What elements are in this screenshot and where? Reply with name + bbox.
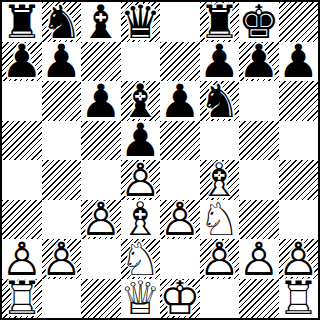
piece-white-rook[interactable]: ♜♖ bbox=[2, 279, 42, 319]
white-piece-outline: ♖ bbox=[279, 279, 319, 319]
square-c6[interactable]: ♟ bbox=[81, 81, 121, 121]
white-piece-outline: ♙ bbox=[42, 239, 82, 279]
square-c3[interactable]: ♟♙ bbox=[81, 200, 121, 240]
piece-white-pawn[interactable]: ♟♙ bbox=[160, 200, 200, 240]
piece-black-bishop[interactable]: ♝ bbox=[81, 2, 121, 42]
square-g5[interactable] bbox=[239, 121, 279, 161]
black-piece-glyph: ♟ bbox=[81, 81, 121, 121]
square-h4[interactable] bbox=[279, 160, 319, 200]
white-piece-outline: ♕ bbox=[121, 279, 161, 319]
square-d8[interactable]: ♛ bbox=[121, 2, 161, 42]
black-piece-glyph: ♟ bbox=[279, 42, 319, 82]
square-b2[interactable]: ♟♙ bbox=[42, 239, 82, 279]
square-h5[interactable] bbox=[279, 121, 319, 161]
black-piece-glyph: ♟ bbox=[2, 42, 42, 82]
piece-white-king[interactable]: ♚♔ bbox=[160, 279, 200, 319]
square-e8[interactable] bbox=[160, 2, 200, 42]
square-b1[interactable] bbox=[42, 279, 82, 319]
square-f1[interactable] bbox=[200, 279, 240, 319]
white-piece-outline: ♙ bbox=[160, 200, 200, 240]
square-h7[interactable]: ♟ bbox=[279, 42, 319, 82]
square-g2[interactable]: ♟♙ bbox=[239, 239, 279, 279]
black-piece-glyph: ♟ bbox=[160, 81, 200, 121]
square-b6[interactable] bbox=[42, 81, 82, 121]
white-piece-outline: ♙ bbox=[200, 239, 240, 279]
square-f6[interactable]: ♞ bbox=[200, 81, 240, 121]
square-h1[interactable]: ♜♖ bbox=[279, 279, 319, 319]
piece-white-pawn[interactable]: ♟♙ bbox=[81, 200, 121, 240]
square-g1[interactable] bbox=[239, 279, 279, 319]
piece-white-queen[interactable]: ♛♕ bbox=[121, 279, 161, 319]
piece-black-pawn[interactable]: ♟ bbox=[81, 81, 121, 121]
piece-black-pawn[interactable]: ♟ bbox=[279, 42, 319, 82]
square-c5[interactable] bbox=[81, 121, 121, 161]
square-f2[interactable]: ♟♙ bbox=[200, 239, 240, 279]
square-b7[interactable]: ♟ bbox=[42, 42, 82, 82]
square-g6[interactable] bbox=[239, 81, 279, 121]
piece-black-knight[interactable]: ♞ bbox=[200, 81, 240, 121]
square-d1[interactable]: ♛♕ bbox=[121, 279, 161, 319]
square-c8[interactable]: ♝ bbox=[81, 2, 121, 42]
black-piece-glyph: ♛ bbox=[121, 2, 161, 42]
square-c2[interactable] bbox=[81, 239, 121, 279]
piece-white-pawn[interactable]: ♟♙ bbox=[200, 239, 240, 279]
square-g7[interactable]: ♟ bbox=[239, 42, 279, 82]
piece-white-pawn[interactable]: ♟♙ bbox=[239, 239, 279, 279]
square-a6[interactable] bbox=[2, 81, 42, 121]
piece-black-queen[interactable]: ♛ bbox=[121, 2, 161, 42]
piece-black-pawn[interactable]: ♟ bbox=[160, 81, 200, 121]
square-e5[interactable] bbox=[160, 121, 200, 161]
black-piece-glyph: ♝ bbox=[81, 2, 121, 42]
square-a1[interactable]: ♜♖ bbox=[2, 279, 42, 319]
square-c1[interactable] bbox=[81, 279, 121, 319]
square-a5[interactable] bbox=[2, 121, 42, 161]
square-h6[interactable] bbox=[279, 81, 319, 121]
piece-white-rook[interactable]: ♜♖ bbox=[279, 279, 319, 319]
black-piece-glyph: ♞ bbox=[200, 81, 240, 121]
square-e6[interactable]: ♟ bbox=[160, 81, 200, 121]
piece-black-pawn[interactable]: ♟ bbox=[42, 42, 82, 82]
square-b5[interactable] bbox=[42, 121, 82, 161]
black-piece-glyph: ♟ bbox=[42, 42, 82, 82]
square-e3[interactable]: ♟♙ bbox=[160, 200, 200, 240]
piece-black-pawn[interactable]: ♟ bbox=[2, 42, 42, 82]
white-piece-outline: ♙ bbox=[81, 200, 121, 240]
piece-black-pawn[interactable]: ♟ bbox=[239, 42, 279, 82]
square-a7[interactable]: ♟ bbox=[2, 42, 42, 82]
white-piece-outline: ♙ bbox=[239, 239, 279, 279]
piece-white-pawn[interactable]: ♟♙ bbox=[42, 239, 82, 279]
square-b4[interactable] bbox=[42, 160, 82, 200]
chess-board: ♜♞♝♛♜♚♟♟♟♟♟♟♝♟♞♟♟♙♝♗♟♙♝♗♟♙♞♘♟♙♟♙♞♘♟♙♟♙♟♙… bbox=[0, 0, 320, 320]
white-piece-outline: ♔ bbox=[160, 279, 200, 319]
square-g4[interactable] bbox=[239, 160, 279, 200]
square-e1[interactable]: ♚♔ bbox=[160, 279, 200, 319]
square-a4[interactable] bbox=[2, 160, 42, 200]
black-piece-glyph: ♟ bbox=[239, 42, 279, 82]
white-piece-outline: ♖ bbox=[2, 279, 42, 319]
